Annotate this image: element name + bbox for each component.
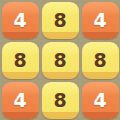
tile-8-r0c1[interactable]: 8 (42, 2, 79, 39)
board-cell-r1c0: 8 (0, 40, 40, 80)
tile-4-r0c2[interactable]: 4 (82, 2, 119, 39)
tile-8-r2c1[interactable]: 8 (42, 82, 79, 119)
board-cell-r2c0: 4 (0, 80, 40, 120)
tile-4-r2c2[interactable]: 4 (82, 82, 119, 119)
tile-4-r0c0[interactable]: 4 (2, 2, 39, 39)
board-cell-r2c1: 8 (40, 80, 80, 120)
tile-4-r2c0[interactable]: 4 (2, 82, 39, 119)
board-cell-r0c1: 8 (40, 0, 80, 40)
merge-game-board: 484888484 (0, 0, 120, 120)
board-cell-r2c2: 4 (80, 80, 120, 120)
board-cell-r0c0: 4 (0, 0, 40, 40)
board-cell-r0c2: 4 (80, 0, 120, 40)
board-cell-r1c2: 8 (80, 40, 120, 80)
tile-8-r1c2[interactable]: 8 (82, 42, 119, 79)
board-cell-r1c1: 8 (40, 40, 80, 80)
tile-8-r1c0[interactable]: 8 (2, 42, 39, 79)
tile-8-r1c1[interactable]: 8 (42, 42, 79, 79)
